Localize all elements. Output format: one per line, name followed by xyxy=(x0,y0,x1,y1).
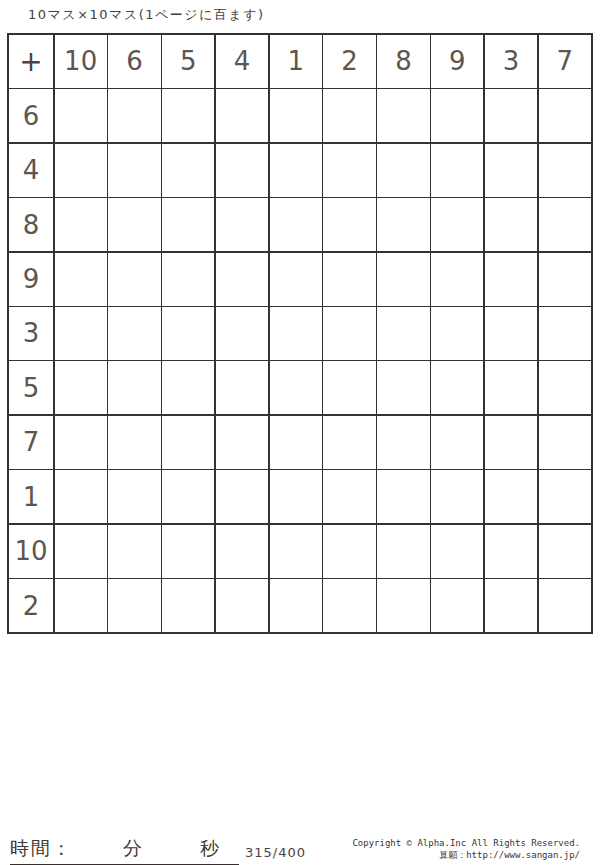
col-header-9: 3 xyxy=(485,35,537,88)
answer-cell-r10c7[interactable] xyxy=(377,579,429,632)
row-header-1: 6 xyxy=(9,89,53,142)
minutes-label: 分 xyxy=(123,836,144,862)
answer-cell-r8c4[interactable] xyxy=(216,470,268,523)
answer-cell-r4c7[interactable] xyxy=(377,253,429,306)
row-header-2: 4 xyxy=(9,144,53,197)
answer-cell-r8c5[interactable] xyxy=(270,470,322,523)
row-header-6: 5 xyxy=(9,361,53,414)
answer-cell-r8c9[interactable] xyxy=(485,470,537,523)
answer-cell-r2c5[interactable] xyxy=(270,144,322,197)
answer-cell-r9c7[interactable] xyxy=(377,525,429,578)
answer-cell-r4c6[interactable] xyxy=(323,253,375,306)
answer-cell-r2c10[interactable] xyxy=(539,144,591,197)
col-header-7: 8 xyxy=(377,35,429,88)
answer-cell-r2c6[interactable] xyxy=(323,144,375,197)
row-header-10: 2 xyxy=(9,579,53,632)
answer-cell-r6c5[interactable] xyxy=(270,361,322,414)
answer-cell-r5c8[interactable] xyxy=(431,307,483,360)
answer-cell-r4c4[interactable] xyxy=(216,253,268,306)
col-header-4: 4 xyxy=(216,35,268,88)
answer-cell-r9c6[interactable] xyxy=(323,525,375,578)
answer-cell-r3c1[interactable] xyxy=(55,198,107,251)
answer-cell-r5c4[interactable] xyxy=(216,307,268,360)
answer-cell-r8c7[interactable] xyxy=(377,470,429,523)
answer-cell-r8c2[interactable] xyxy=(108,470,160,523)
answer-cell-r6c1[interactable] xyxy=(55,361,107,414)
answer-cell-r3c10[interactable] xyxy=(539,198,591,251)
answer-cell-r7c3[interactable] xyxy=(162,416,214,469)
copyright-block: Copyright © Alpha.Inc All Rights Reserve… xyxy=(352,837,580,861)
answer-cell-r3c7[interactable] xyxy=(377,198,429,251)
answer-cell-r4c3[interactable] xyxy=(162,253,214,306)
answer-cell-r3c8[interactable] xyxy=(431,198,483,251)
answer-cell-r8c1[interactable] xyxy=(55,470,107,523)
answer-cell-r10c4[interactable] xyxy=(216,579,268,632)
answer-cell-r8c8[interactable] xyxy=(431,470,483,523)
answer-cell-r6c9[interactable] xyxy=(485,361,537,414)
answer-cell-r5c6[interactable] xyxy=(323,307,375,360)
answer-cell-r4c2[interactable] xyxy=(108,253,160,306)
answer-cell-r7c1[interactable] xyxy=(55,416,107,469)
col-header-5: 1 xyxy=(270,35,322,88)
answer-cell-r1c7[interactable] xyxy=(377,89,429,142)
answer-cell-r1c10[interactable] xyxy=(539,89,591,142)
answer-cell-r10c5[interactable] xyxy=(270,579,322,632)
answer-cell-r1c4[interactable] xyxy=(216,89,268,142)
answer-cell-r5c10[interactable] xyxy=(539,307,591,360)
answer-cell-r10c2[interactable] xyxy=(108,579,160,632)
answer-cell-r6c3[interactable] xyxy=(162,361,214,414)
answer-cell-r5c3[interactable] xyxy=(162,307,214,360)
answer-cell-r10c8[interactable] xyxy=(431,579,483,632)
answer-cell-r7c7[interactable] xyxy=(377,416,429,469)
answer-cell-r2c3[interactable] xyxy=(162,144,214,197)
answer-cell-r8c3[interactable] xyxy=(162,470,214,523)
row-header-5: 3 xyxy=(9,307,53,360)
answer-cell-r3c5[interactable] xyxy=(270,198,322,251)
answer-cell-r7c9[interactable] xyxy=(485,416,537,469)
answer-cell-r8c10[interactable] xyxy=(539,470,591,523)
answer-cell-r5c9[interactable] xyxy=(485,307,537,360)
answer-cell-r7c2[interactable] xyxy=(108,416,160,469)
answer-cell-r2c1[interactable] xyxy=(55,144,107,197)
answer-cell-r4c8[interactable] xyxy=(431,253,483,306)
answer-cell-r7c4[interactable] xyxy=(216,416,268,469)
answer-cell-r5c5[interactable] xyxy=(270,307,322,360)
copyright-line: Copyright © Alpha.Inc All Rights Reserve… xyxy=(352,837,580,849)
worksheet-title: 10マス×10マス(1ページに百ます) xyxy=(28,6,265,24)
col-header-8: 9 xyxy=(431,35,483,88)
answer-cell-r1c3[interactable] xyxy=(162,89,214,142)
answer-cell-r6c8[interactable] xyxy=(431,361,483,414)
answer-cell-r9c4[interactable] xyxy=(216,525,268,578)
answer-cell-r1c1[interactable] xyxy=(55,89,107,142)
answer-cell-r6c4[interactable] xyxy=(216,361,268,414)
answer-cell-r4c10[interactable] xyxy=(539,253,591,306)
seconds-label: 秒 xyxy=(200,836,221,862)
answer-cell-r2c4[interactable] xyxy=(216,144,268,197)
col-header-6: 2 xyxy=(323,35,375,88)
answer-cell-r2c9[interactable] xyxy=(485,144,537,197)
answer-cell-r6c10[interactable] xyxy=(539,361,591,414)
answer-cell-r3c2[interactable] xyxy=(108,198,160,251)
answer-cell-r1c8[interactable] xyxy=(431,89,483,142)
row-header-9: 10 xyxy=(9,525,53,578)
answer-cell-r6c2[interactable] xyxy=(108,361,160,414)
answer-cell-r3c3[interactable] xyxy=(162,198,214,251)
answer-cell-r1c5[interactable] xyxy=(270,89,322,142)
answer-cell-r9c1[interactable] xyxy=(55,525,107,578)
answer-cell-r7c6[interactable] xyxy=(323,416,375,469)
col-header-10: 7 xyxy=(539,35,591,88)
answer-cell-r5c7[interactable] xyxy=(377,307,429,360)
answer-cell-r9c2[interactable] xyxy=(108,525,160,578)
answer-cell-r5c1[interactable] xyxy=(55,307,107,360)
answer-cell-r10c1[interactable] xyxy=(55,579,107,632)
addition-grid: +1065412893764893571102 xyxy=(7,33,593,634)
answer-cell-r10c9[interactable] xyxy=(485,579,537,632)
answer-cell-r8c6[interactable] xyxy=(323,470,375,523)
answer-cell-r4c9[interactable] xyxy=(485,253,537,306)
answer-cell-r3c6[interactable] xyxy=(323,198,375,251)
page-number: 315/400 xyxy=(245,845,306,860)
row-header-8: 1 xyxy=(9,470,53,523)
answer-cell-r7c8[interactable] xyxy=(431,416,483,469)
answer-cell-r9c10[interactable] xyxy=(539,525,591,578)
row-header-4: 9 xyxy=(9,253,53,306)
answer-cell-r10c10[interactable] xyxy=(539,579,591,632)
answer-cell-r10c6[interactable] xyxy=(323,579,375,632)
answer-cell-r7c10[interactable] xyxy=(539,416,591,469)
answer-cell-r1c9[interactable] xyxy=(485,89,537,142)
answer-cell-r5c2[interactable] xyxy=(108,307,160,360)
answer-cell-r2c2[interactable] xyxy=(108,144,160,197)
col-header-1: 10 xyxy=(55,35,107,88)
answer-cell-r4c5[interactable] xyxy=(270,253,322,306)
answer-cell-r6c7[interactable] xyxy=(377,361,429,414)
answer-cell-r9c8[interactable] xyxy=(431,525,483,578)
row-header-7: 7 xyxy=(9,416,53,469)
row-header-3: 8 xyxy=(9,198,53,251)
answer-cell-r9c5[interactable] xyxy=(270,525,322,578)
answer-cell-r3c4[interactable] xyxy=(216,198,268,251)
answer-cell-r1c6[interactable] xyxy=(323,89,375,142)
answer-cell-r2c8[interactable] xyxy=(431,144,483,197)
site-link: 算願：http://www.sangan.jp/ xyxy=(352,849,580,861)
answer-cell-r9c3[interactable] xyxy=(162,525,214,578)
answer-cell-r7c5[interactable] xyxy=(270,416,322,469)
col-header-2: 6 xyxy=(108,35,160,88)
answer-cell-r9c9[interactable] xyxy=(485,525,537,578)
answer-cell-r10c3[interactable] xyxy=(162,579,214,632)
answer-cell-r6c6[interactable] xyxy=(323,361,375,414)
time-field: 時間： 分 秒 xyxy=(10,836,239,865)
time-label: 時間： xyxy=(10,836,73,862)
answer-cell-r2c7[interactable] xyxy=(377,144,429,197)
answer-cell-r4c1[interactable] xyxy=(55,253,107,306)
worksheet-page: 10マス×10マス(1ページに百ます) +1065412893764893571… xyxy=(0,0,600,865)
answer-cell-r3c9[interactable] xyxy=(485,198,537,251)
col-header-3: 5 xyxy=(162,35,214,88)
answer-cell-r1c2[interactable] xyxy=(108,89,160,142)
operator-cell: + xyxy=(9,35,53,88)
